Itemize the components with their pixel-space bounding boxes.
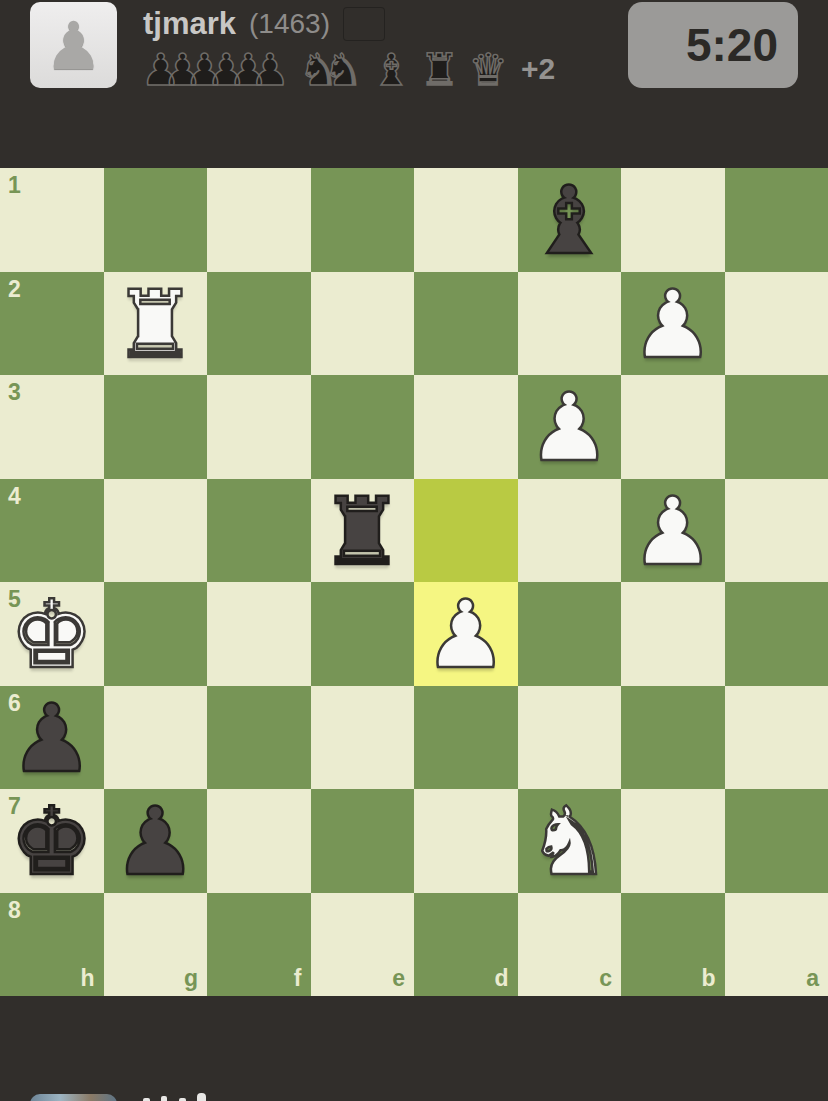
square-e4[interactable]: ♜ <box>311 479 415 583</box>
chess-board: 1♝2♜♟3♟4♜♟5♚♟6♟7♚♟♞8hgfedcba <box>0 168 828 996</box>
square-d3[interactable] <box>414 375 518 479</box>
default-pawn-avatar-icon: ♟ <box>44 14 103 80</box>
square-g8[interactable]: g <box>104 893 208 997</box>
black-pawn-g7[interactable]: ♟ <box>113 790 197 894</box>
square-f2[interactable] <box>207 272 311 376</box>
square-h3[interactable]: 3 <box>0 375 104 479</box>
square-a5[interactable] <box>725 582 828 686</box>
square-g5[interactable] <box>104 582 208 686</box>
file-label-b: b <box>701 967 715 990</box>
white-rook-g2[interactable]: ♜ <box>113 273 197 377</box>
square-c4[interactable] <box>518 479 622 583</box>
file-label-a: a <box>806 967 819 990</box>
square-d5[interactable]: ♟ <box>414 582 518 686</box>
white-pawn-c3[interactable]: ♟ <box>527 376 611 480</box>
bottom-player-name-partial <box>161 1096 167 1101</box>
square-h6[interactable]: 6♟ <box>0 686 104 790</box>
square-d6[interactable] <box>414 686 518 790</box>
captured-pieces-row: ♟♟♟♟♟♟♞♞♝♜♛+2 <box>141 44 555 92</box>
top-player-rating: (1463) <box>249 8 330 40</box>
captured-knights-icon: ♞♞ <box>299 48 348 92</box>
file-label-d: d <box>494 967 508 990</box>
square-e1[interactable] <box>311 168 415 272</box>
square-a7[interactable] <box>725 789 828 893</box>
square-c1[interactable]: ♝ <box>518 168 622 272</box>
square-c8[interactable]: c <box>518 893 622 997</box>
rank-label-4: 4 <box>8 485 21 508</box>
material-advantage: +2 <box>521 52 555 92</box>
white-pawn-d5[interactable]: ♟ <box>424 583 508 687</box>
captured-bishop-icon: ♝ <box>372 48 411 92</box>
square-c5[interactable] <box>518 582 622 686</box>
top-player-name-row[interactable]: tjmark (1463) <box>143 4 385 44</box>
file-label-c: c <box>599 967 612 990</box>
argentina-flag-icon <box>343 7 385 41</box>
top-player-clock: 5:20 <box>628 2 798 88</box>
square-f8[interactable]: f <box>207 893 311 997</box>
square-d7[interactable] <box>414 789 518 893</box>
square-g7[interactable]: ♟ <box>104 789 208 893</box>
bottom-player-name-partial <box>197 1093 206 1101</box>
square-f4[interactable] <box>207 479 311 583</box>
square-g3[interactable] <box>104 375 208 479</box>
square-f1[interactable] <box>207 168 311 272</box>
square-c6[interactable] <box>518 686 622 790</box>
square-c3[interactable]: ♟ <box>518 375 622 479</box>
square-a1[interactable] <box>725 168 828 272</box>
black-pawn-h6[interactable]: ♟ <box>10 687 94 791</box>
square-g1[interactable] <box>104 168 208 272</box>
black-bishop-c1[interactable]: ♝ <box>527 169 611 273</box>
square-a8[interactable]: a <box>725 893 828 997</box>
rank-label-1: 1 <box>8 174 21 197</box>
square-f6[interactable] <box>207 686 311 790</box>
square-b1[interactable] <box>621 168 725 272</box>
bottom-player-avatar-partial[interactable] <box>30 1094 117 1101</box>
square-c2[interactable] <box>518 272 622 376</box>
square-g4[interactable] <box>104 479 208 583</box>
white-pawn-b4[interactable]: ♟ <box>631 480 715 584</box>
square-f5[interactable] <box>207 582 311 686</box>
square-e8[interactable]: e <box>311 893 415 997</box>
square-b6[interactable] <box>621 686 725 790</box>
square-b4[interactable]: ♟ <box>621 479 725 583</box>
white-pawn-b2[interactable]: ♟ <box>631 273 715 377</box>
file-label-e: e <box>392 967 405 990</box>
captured-rook-icon: ♜ <box>420 48 459 92</box>
square-d8[interactable]: d <box>414 893 518 997</box>
captured-queen-icon: ♛ <box>469 48 508 92</box>
file-label-h: h <box>80 967 94 990</box>
square-a3[interactable] <box>725 375 828 479</box>
top-player-avatar[interactable]: ♟ <box>30 2 117 88</box>
square-e6[interactable] <box>311 686 415 790</box>
square-d2[interactable] <box>414 272 518 376</box>
square-b3[interactable] <box>621 375 725 479</box>
square-e3[interactable] <box>311 375 415 479</box>
square-h5[interactable]: 5♚ <box>0 582 104 686</box>
square-g6[interactable] <box>104 686 208 790</box>
square-a6[interactable] <box>725 686 828 790</box>
top-player-bar: ♟ tjmark (1463) ♟♟♟♟♟♟♞♞♝♜♛+2 5:20 <box>0 0 828 168</box>
square-d1[interactable] <box>414 168 518 272</box>
square-e5[interactable] <box>311 582 415 686</box>
captured-pawns-icon: ♟♟♟♟♟♟ <box>141 48 272 92</box>
square-e2[interactable] <box>311 272 415 376</box>
clock-time: 5:20 <box>686 18 798 72</box>
square-h4[interactable]: 4 <box>0 479 104 583</box>
square-f3[interactable] <box>207 375 311 479</box>
square-f7[interactable] <box>207 789 311 893</box>
rank-label-2: 2 <box>8 278 21 301</box>
square-g2[interactable]: ♜ <box>104 272 208 376</box>
white-knight-c7[interactable]: ♞ <box>527 790 611 894</box>
rank-label-3: 3 <box>8 381 21 404</box>
square-c7[interactable]: ♞ <box>518 789 622 893</box>
square-b8[interactable]: b <box>621 893 725 997</box>
rank-label-8: 8 <box>8 899 21 922</box>
file-label-f: f <box>294 967 302 990</box>
square-e7[interactable] <box>311 789 415 893</box>
square-h1[interactable]: 1 <box>0 168 104 272</box>
white-king-h5[interactable]: ♚ <box>10 583 94 687</box>
square-b5[interactable] <box>621 582 725 686</box>
square-h7[interactable]: 7♚ <box>0 789 104 893</box>
bottom-bar <box>0 996 828 1101</box>
top-player-name: tjmark <box>143 6 236 42</box>
square-h8[interactable]: 8h <box>0 893 104 997</box>
black-king-h7[interactable]: ♚ <box>10 790 94 894</box>
square-b2[interactable]: ♟ <box>621 272 725 376</box>
square-h2[interactable]: 2 <box>0 272 104 376</box>
square-b7[interactable] <box>621 789 725 893</box>
file-label-g: g <box>184 967 198 990</box>
square-d4[interactable] <box>414 479 518 583</box>
black-rook-e4[interactable]: ♜ <box>320 480 404 584</box>
square-a4[interactable] <box>725 479 828 583</box>
square-a2[interactable] <box>725 272 828 376</box>
